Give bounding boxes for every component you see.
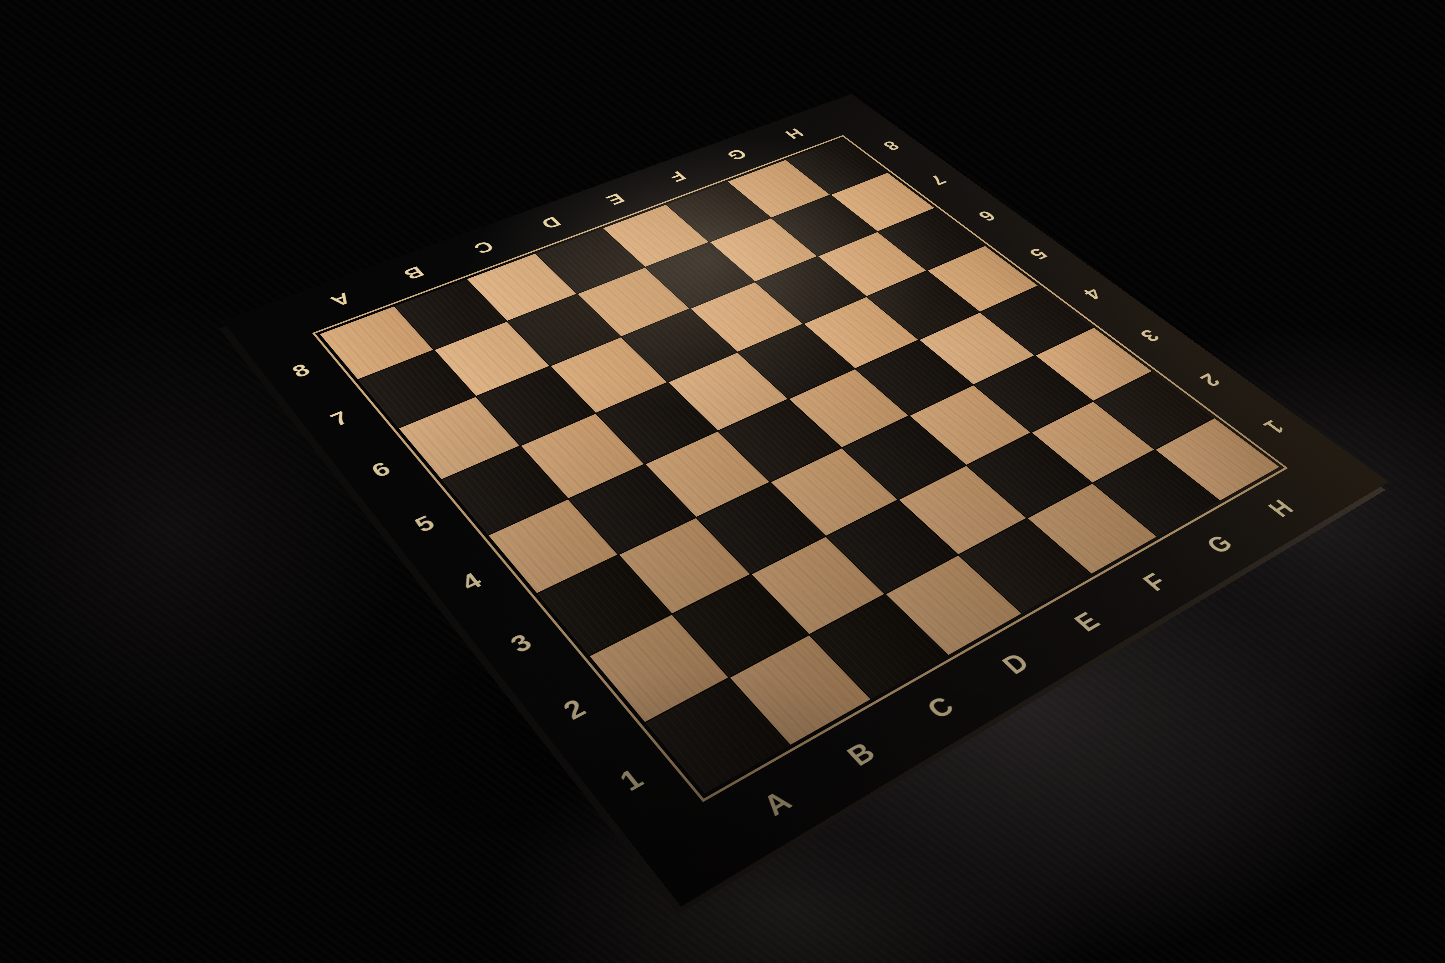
rank-label-left-7: 7 [327,408,354,429]
rank-label-right-8: 8 [879,139,903,153]
rank-label-left-3: 3 [506,630,538,657]
file-label-bottom-b: B [843,738,882,771]
rank-label-left-6: 6 [368,459,396,481]
rank-label-left-5: 5 [411,512,440,536]
rank-label-right-2: 2 [1195,370,1224,389]
file-label-bottom-c: C [922,692,961,723]
photo-backdrop: AA88BB77CC66DD55EE44FF33GG22HH11 [0,0,1445,963]
file-label-top-g: G [722,147,750,163]
file-label-top-d: D [536,214,564,231]
file-label-bottom-a: A [758,786,798,821]
rank-label-right-1: 1 [1258,417,1289,438]
file-label-top-h: H [781,126,807,141]
rank-label-right-7: 7 [925,172,950,187]
file-label-bottom-g: G [1202,531,1239,557]
rank-label-left-4: 4 [457,569,487,595]
rank-label-right-3: 3 [1135,326,1163,344]
rank-label-right-4: 4 [1078,285,1105,302]
file-label-top-f: F [664,169,689,184]
rank-label-left-2: 2 [559,695,592,724]
file-label-bottom-f: F [1139,570,1173,596]
rank-label-right-6: 6 [973,208,999,224]
file-label-top-e: E [602,191,628,207]
file-label-top-a: A [326,290,355,309]
file-label-bottom-h: H [1264,496,1299,521]
rank-label-left-1: 1 [615,765,650,796]
file-label-bottom-e: E [1070,608,1106,636]
file-label-bottom-d: D [998,649,1036,679]
rank-label-right-5: 5 [1025,246,1051,262]
rank-label-left-8: 8 [289,361,315,381]
file-label-top-b: B [399,264,427,283]
file-label-top-c: C [469,238,497,256]
